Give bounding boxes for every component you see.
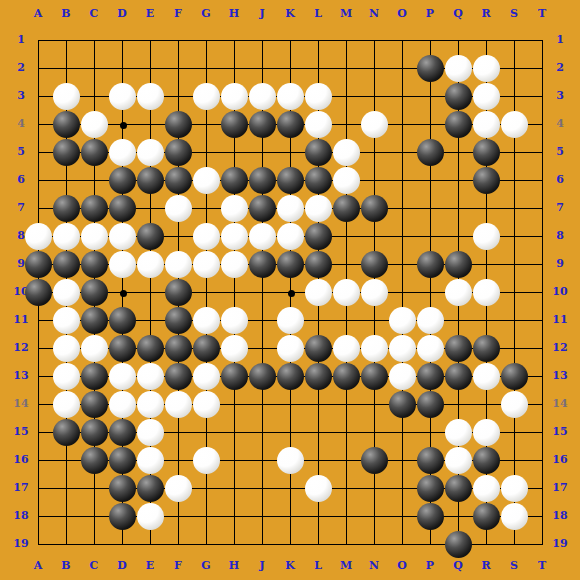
black-stone-M13[interactable]: [333, 363, 360, 390]
hoshi-point-D4: [120, 122, 127, 129]
column-label-top-R: R: [477, 8, 495, 20]
column-label-top-P: P: [421, 8, 439, 20]
row-label-right-5: 5: [551, 146, 569, 158]
white-stone-K16[interactable]: [277, 447, 304, 474]
row-label-right-9: 9: [551, 258, 569, 270]
white-stone-F17[interactable]: [165, 475, 192, 502]
row-label-left-3: 3: [12, 90, 30, 102]
black-stone-P14[interactable]: [417, 391, 444, 418]
row-label-right-1: 1: [551, 34, 569, 46]
white-stone-L10[interactable]: [305, 279, 332, 306]
column-label-bottom-O: O: [393, 560, 411, 572]
row-label-right-3: 3: [551, 90, 569, 102]
white-stone-S17[interactable]: [501, 475, 528, 502]
row-label-right-18: 18: [551, 510, 569, 522]
row-label-right-2: 2: [551, 62, 569, 74]
black-stone-B9[interactable]: [53, 251, 80, 278]
black-stone-K9[interactable]: [277, 251, 304, 278]
black-stone-Q12[interactable]: [445, 335, 472, 362]
white-stone-E13[interactable]: [137, 363, 164, 390]
black-stone-F10[interactable]: [165, 279, 192, 306]
white-stone-P12[interactable]: [417, 335, 444, 362]
black-stone-F4[interactable]: [165, 111, 192, 138]
black-stone-F5[interactable]: [165, 139, 192, 166]
black-stone-B15[interactable]: [53, 419, 80, 446]
white-stone-N12[interactable]: [361, 335, 388, 362]
white-stone-H8[interactable]: [221, 223, 248, 250]
white-stone-B3[interactable]: [53, 83, 80, 110]
row-label-left-13: 13: [12, 370, 30, 382]
hoshi-point-K10: [288, 290, 295, 297]
white-stone-E9[interactable]: [137, 251, 164, 278]
column-label-top-T: T: [533, 8, 551, 20]
column-label-top-A: A: [29, 8, 47, 20]
white-stone-H9[interactable]: [221, 251, 248, 278]
black-stone-D7[interactable]: [109, 195, 136, 222]
white-stone-Q16[interactable]: [445, 447, 472, 474]
black-stone-J4[interactable]: [249, 111, 276, 138]
black-stone-E6[interactable]: [137, 167, 164, 194]
white-stone-C8[interactable]: [81, 223, 108, 250]
column-label-bottom-T: T: [533, 560, 551, 572]
white-stone-G14[interactable]: [193, 391, 220, 418]
black-stone-C5[interactable]: [81, 139, 108, 166]
black-stone-H13[interactable]: [221, 363, 248, 390]
column-label-bottom-Q: Q: [449, 560, 467, 572]
column-label-top-Q: Q: [449, 8, 467, 20]
white-stone-E16[interactable]: [137, 447, 164, 474]
white-stone-D14[interactable]: [109, 391, 136, 418]
white-stone-K3[interactable]: [277, 83, 304, 110]
white-stone-R4[interactable]: [473, 111, 500, 138]
column-label-bottom-C: C: [85, 560, 103, 572]
row-label-right-17: 17: [551, 482, 569, 494]
column-label-top-N: N: [365, 8, 383, 20]
black-stone-L6[interactable]: [305, 167, 332, 194]
black-stone-E17[interactable]: [137, 475, 164, 502]
black-stone-P16[interactable]: [417, 447, 444, 474]
column-label-bottom-K: K: [281, 560, 299, 572]
white-stone-J8[interactable]: [249, 223, 276, 250]
row-label-right-12: 12: [551, 342, 569, 354]
black-stone-J7[interactable]: [249, 195, 276, 222]
black-stone-J13[interactable]: [249, 363, 276, 390]
column-label-top-G: G: [197, 8, 215, 20]
white-stone-G13[interactable]: [193, 363, 220, 390]
row-label-right-16: 16: [551, 454, 569, 466]
row-label-left-15: 15: [12, 426, 30, 438]
row-label-right-13: 13: [551, 370, 569, 382]
row-label-left-17: 17: [12, 482, 30, 494]
black-stone-C10[interactable]: [81, 279, 108, 306]
row-label-left-5: 5: [12, 146, 30, 158]
black-stone-C7[interactable]: [81, 195, 108, 222]
white-stone-C12[interactable]: [81, 335, 108, 362]
white-stone-S18[interactable]: [501, 503, 528, 530]
white-stone-O13[interactable]: [389, 363, 416, 390]
white-stone-A8[interactable]: [25, 223, 52, 250]
black-stone-P13[interactable]: [417, 363, 444, 390]
row-label-right-7: 7: [551, 202, 569, 214]
column-label-top-J: J: [253, 8, 271, 20]
white-stone-E18[interactable]: [137, 503, 164, 530]
black-stone-A9[interactable]: [25, 251, 52, 278]
black-stone-D18[interactable]: [109, 503, 136, 530]
white-stone-D9[interactable]: [109, 251, 136, 278]
column-label-bottom-P: P: [421, 560, 439, 572]
white-stone-K7[interactable]: [277, 195, 304, 222]
column-label-top-B: B: [57, 8, 75, 20]
column-label-bottom-N: N: [365, 560, 383, 572]
row-label-right-11: 11: [551, 314, 569, 326]
black-stone-G12[interactable]: [193, 335, 220, 362]
column-label-bottom-H: H: [225, 560, 243, 572]
black-stone-R5[interactable]: [473, 139, 500, 166]
white-stone-H11[interactable]: [221, 307, 248, 334]
black-stone-F12[interactable]: [165, 335, 192, 362]
white-stone-G8[interactable]: [193, 223, 220, 250]
black-stone-P18[interactable]: [417, 503, 444, 530]
white-stone-R2[interactable]: [473, 55, 500, 82]
row-label-left-19: 19: [12, 538, 30, 550]
row-label-right-14: 14: [551, 398, 569, 410]
white-stone-D3[interactable]: [109, 83, 136, 110]
column-label-top-C: C: [85, 8, 103, 20]
row-label-left-7: 7: [12, 202, 30, 214]
black-stone-B4[interactable]: [53, 111, 80, 138]
black-stone-Q3[interactable]: [445, 83, 472, 110]
black-stone-R16[interactable]: [473, 447, 500, 474]
column-label-top-H: H: [225, 8, 243, 20]
white-stone-M5[interactable]: [333, 139, 360, 166]
white-stone-E3[interactable]: [137, 83, 164, 110]
column-label-top-D: D: [113, 8, 131, 20]
black-stone-R18[interactable]: [473, 503, 500, 530]
column-label-bottom-G: G: [197, 560, 215, 572]
black-stone-E12[interactable]: [137, 335, 164, 362]
black-stone-C16[interactable]: [81, 447, 108, 474]
black-stone-Q19[interactable]: [445, 531, 472, 558]
white-stone-H12[interactable]: [221, 335, 248, 362]
white-stone-D13[interactable]: [109, 363, 136, 390]
black-stone-H6[interactable]: [221, 167, 248, 194]
black-stone-S13[interactable]: [501, 363, 528, 390]
white-stone-G16[interactable]: [193, 447, 220, 474]
black-stone-L13[interactable]: [305, 363, 332, 390]
white-stone-K11[interactable]: [277, 307, 304, 334]
white-stone-E15[interactable]: [137, 419, 164, 446]
column-label-top-O: O: [393, 8, 411, 20]
black-stone-F6[interactable]: [165, 167, 192, 194]
white-stone-O11[interactable]: [389, 307, 416, 334]
column-label-top-K: K: [281, 8, 299, 20]
white-stone-L3[interactable]: [305, 83, 332, 110]
black-stone-J6[interactable]: [249, 167, 276, 194]
column-label-bottom-S: S: [505, 560, 523, 572]
column-label-top-F: F: [169, 8, 187, 20]
white-stone-M6[interactable]: [333, 167, 360, 194]
black-stone-B5[interactable]: [53, 139, 80, 166]
white-stone-B12[interactable]: [53, 335, 80, 362]
black-stone-L5[interactable]: [305, 139, 332, 166]
white-stone-S4[interactable]: [501, 111, 528, 138]
white-stone-B11[interactable]: [53, 307, 80, 334]
white-stone-B10[interactable]: [53, 279, 80, 306]
row-label-right-19: 19: [551, 538, 569, 550]
white-stone-B14[interactable]: [53, 391, 80, 418]
black-stone-N13[interactable]: [361, 363, 388, 390]
white-stone-J3[interactable]: [249, 83, 276, 110]
black-stone-C11[interactable]: [81, 307, 108, 334]
black-stone-Q17[interactable]: [445, 475, 472, 502]
black-stone-B7[interactable]: [53, 195, 80, 222]
white-stone-Q15[interactable]: [445, 419, 472, 446]
column-label-bottom-B: B: [57, 560, 75, 572]
white-stone-G9[interactable]: [193, 251, 220, 278]
white-stone-F14[interactable]: [165, 391, 192, 418]
black-stone-P5[interactable]: [417, 139, 444, 166]
black-stone-M7[interactable]: [333, 195, 360, 222]
white-stone-R8[interactable]: [473, 223, 500, 250]
white-stone-H7[interactable]: [221, 195, 248, 222]
white-stone-E5[interactable]: [137, 139, 164, 166]
row-label-left-14: 14: [12, 398, 30, 410]
black-stone-C13[interactable]: [81, 363, 108, 390]
row-label-left-1: 1: [12, 34, 30, 46]
white-stone-L7[interactable]: [305, 195, 332, 222]
black-stone-J9[interactable]: [249, 251, 276, 278]
black-stone-L12[interactable]: [305, 335, 332, 362]
row-label-right-8: 8: [551, 230, 569, 242]
row-label-left-4: 4: [12, 118, 30, 130]
column-label-top-S: S: [505, 8, 523, 20]
white-stone-Q2[interactable]: [445, 55, 472, 82]
black-stone-D11[interactable]: [109, 307, 136, 334]
black-stone-D17[interactable]: [109, 475, 136, 502]
black-stone-K4[interactable]: [277, 111, 304, 138]
black-stone-P2[interactable]: [417, 55, 444, 82]
white-stone-P11[interactable]: [417, 307, 444, 334]
white-stone-F9[interactable]: [165, 251, 192, 278]
black-stone-D16[interactable]: [109, 447, 136, 474]
white-stone-Q10[interactable]: [445, 279, 472, 306]
white-stone-R10[interactable]: [473, 279, 500, 306]
white-stone-D8[interactable]: [109, 223, 136, 250]
black-stone-P9[interactable]: [417, 251, 444, 278]
black-stone-N16[interactable]: [361, 447, 388, 474]
row-label-left-2: 2: [12, 62, 30, 74]
white-stone-D5[interactable]: [109, 139, 136, 166]
black-stone-R12[interactable]: [473, 335, 500, 362]
column-label-bottom-R: R: [477, 560, 495, 572]
white-stone-R3[interactable]: [473, 83, 500, 110]
black-stone-L8[interactable]: [305, 223, 332, 250]
black-stone-Q9[interactable]: [445, 251, 472, 278]
black-stone-C14[interactable]: [81, 391, 108, 418]
white-stone-N4[interactable]: [361, 111, 388, 138]
white-stone-K8[interactable]: [277, 223, 304, 250]
white-stone-O12[interactable]: [389, 335, 416, 362]
column-label-top-M: M: [337, 8, 355, 20]
black-stone-N9[interactable]: [361, 251, 388, 278]
white-stone-M10[interactable]: [333, 279, 360, 306]
white-stone-E14[interactable]: [137, 391, 164, 418]
white-stone-G3[interactable]: [193, 83, 220, 110]
go-board-screenshot: AABBCCDDEEFFGGHHJJKKLLMMNNOOPPQQRRSSTT11…: [0, 0, 580, 580]
white-stone-G11[interactable]: [193, 307, 220, 334]
row-label-right-10: 10: [551, 286, 569, 298]
black-stone-A10[interactable]: [25, 279, 52, 306]
row-label-right-6: 6: [551, 174, 569, 186]
row-label-left-16: 16: [12, 454, 30, 466]
white-stone-R13[interactable]: [473, 363, 500, 390]
row-label-left-6: 6: [12, 174, 30, 186]
black-stone-H4[interactable]: [221, 111, 248, 138]
white-stone-C4[interactable]: [81, 111, 108, 138]
white-stone-M12[interactable]: [333, 335, 360, 362]
black-stone-E8[interactable]: [137, 223, 164, 250]
black-stone-L9[interactable]: [305, 251, 332, 278]
column-label-bottom-A: A: [29, 560, 47, 572]
black-stone-D12[interactable]: [109, 335, 136, 362]
white-stone-S14[interactable]: [501, 391, 528, 418]
column-label-bottom-D: D: [113, 560, 131, 572]
black-stone-P17[interactable]: [417, 475, 444, 502]
black-stone-N7[interactable]: [361, 195, 388, 222]
white-stone-R15[interactable]: [473, 419, 500, 446]
row-label-left-18: 18: [12, 510, 30, 522]
row-label-right-4: 4: [551, 118, 569, 130]
white-stone-K12[interactable]: [277, 335, 304, 362]
black-stone-O14[interactable]: [389, 391, 416, 418]
black-stone-D6[interactable]: [109, 167, 136, 194]
black-stone-D15[interactable]: [109, 419, 136, 446]
black-stone-R6[interactable]: [473, 167, 500, 194]
black-stone-F11[interactable]: [165, 307, 192, 334]
white-stone-L4[interactable]: [305, 111, 332, 138]
white-stone-G6[interactable]: [193, 167, 220, 194]
black-stone-K13[interactable]: [277, 363, 304, 390]
column-label-bottom-J: J: [253, 560, 271, 572]
column-label-bottom-E: E: [141, 560, 159, 572]
black-stone-C15[interactable]: [81, 419, 108, 446]
white-stone-H3[interactable]: [221, 83, 248, 110]
white-stone-F7[interactable]: [165, 195, 192, 222]
black-stone-C9[interactable]: [81, 251, 108, 278]
white-stone-N10[interactable]: [361, 279, 388, 306]
column-label-bottom-M: M: [337, 560, 355, 572]
row-label-right-15: 15: [551, 426, 569, 438]
hoshi-point-D10: [120, 290, 127, 297]
black-stone-Q13[interactable]: [445, 363, 472, 390]
black-stone-F13[interactable]: [165, 363, 192, 390]
white-stone-R17[interactable]: [473, 475, 500, 502]
black-stone-Q4[interactable]: [445, 111, 472, 138]
column-label-bottom-L: L: [309, 560, 327, 572]
black-stone-K6[interactable]: [277, 167, 304, 194]
white-stone-L17[interactable]: [305, 475, 332, 502]
white-stone-B13[interactable]: [53, 363, 80, 390]
column-label-top-E: E: [141, 8, 159, 20]
white-stone-B8[interactable]: [53, 223, 80, 250]
row-label-left-11: 11: [12, 314, 30, 326]
column-label-top-L: L: [309, 8, 327, 20]
column-label-bottom-F: F: [169, 560, 187, 572]
row-label-left-12: 12: [12, 342, 30, 354]
